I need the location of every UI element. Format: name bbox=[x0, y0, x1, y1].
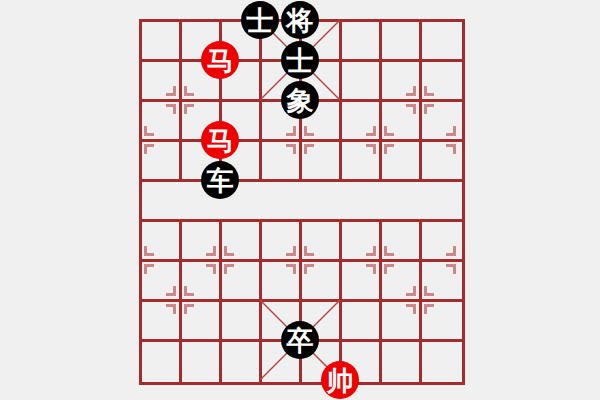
point-marker bbox=[286, 126, 314, 154]
piece-black-elephant[interactable]: 象 bbox=[281, 81, 319, 119]
point-marker-corner bbox=[446, 144, 456, 154]
point-marker-corner bbox=[166, 286, 176, 296]
piece-black-advisor[interactable]: 士 bbox=[241, 1, 279, 39]
piece-red-horse[interactable]: 马 bbox=[201, 41, 239, 79]
point-marker bbox=[406, 86, 434, 114]
board-cell bbox=[142, 342, 182, 382]
point-marker-corner bbox=[406, 86, 416, 96]
point-marker bbox=[366, 126, 394, 154]
point-marker-corner bbox=[206, 246, 216, 256]
board-cell bbox=[222, 342, 262, 382]
point-marker-corner bbox=[286, 126, 296, 136]
board-cell bbox=[142, 182, 182, 222]
board-cell bbox=[302, 182, 342, 222]
point-marker-corner bbox=[184, 286, 194, 296]
board-cell bbox=[382, 22, 422, 62]
point-marker-corner bbox=[424, 286, 434, 296]
point-marker-corner bbox=[166, 104, 176, 114]
point-marker bbox=[166, 286, 194, 314]
piece-black-soldier[interactable]: 卒 bbox=[281, 321, 319, 359]
point-marker-corner bbox=[384, 246, 394, 256]
point-marker-corner bbox=[366, 246, 376, 256]
board-cell bbox=[262, 182, 302, 222]
piece-red-general[interactable]: 帅 bbox=[321, 361, 359, 399]
piece-black-chariot[interactable]: 车 bbox=[201, 161, 239, 199]
point-marker-corner bbox=[144, 144, 154, 154]
piece-red-horse[interactable]: 马 bbox=[201, 121, 239, 159]
point-marker-corner bbox=[184, 104, 194, 114]
board-cell bbox=[422, 182, 462, 222]
point-marker-corner bbox=[166, 86, 176, 96]
point-marker-corner bbox=[424, 304, 434, 314]
point-marker bbox=[126, 126, 154, 154]
piece-black-advisor[interactable]: 士 bbox=[281, 41, 319, 79]
point-marker-corner bbox=[144, 126, 154, 136]
point-marker bbox=[286, 246, 314, 274]
point-marker-corner bbox=[286, 246, 296, 256]
point-marker-corner bbox=[304, 246, 314, 256]
board-cell bbox=[222, 302, 262, 342]
point-marker-corner bbox=[224, 264, 234, 274]
point-marker-corner bbox=[224, 246, 234, 256]
point-marker bbox=[366, 246, 394, 274]
point-marker-corner bbox=[406, 104, 416, 114]
point-marker-corner bbox=[304, 126, 314, 136]
point-marker bbox=[166, 86, 194, 114]
board-cell bbox=[142, 22, 182, 62]
point-marker-corner bbox=[304, 264, 314, 274]
point-marker bbox=[406, 286, 434, 314]
board-cell bbox=[422, 22, 462, 62]
board-cell bbox=[382, 182, 422, 222]
board-cell bbox=[342, 62, 382, 102]
point-marker-corner bbox=[366, 126, 376, 136]
point-marker-corner bbox=[144, 264, 154, 274]
point-marker-corner bbox=[366, 264, 376, 274]
board-cell bbox=[182, 342, 222, 382]
point-marker-corner bbox=[446, 264, 456, 274]
point-marker-corner bbox=[286, 144, 296, 154]
point-marker-corner bbox=[166, 304, 176, 314]
board-cell bbox=[422, 342, 462, 382]
point-marker-corner bbox=[384, 144, 394, 154]
point-marker bbox=[446, 126, 474, 154]
board-cell bbox=[342, 182, 382, 222]
piece-black-general[interactable]: 将 bbox=[281, 1, 319, 39]
board-cell bbox=[342, 302, 382, 342]
point-marker-corner bbox=[144, 246, 154, 256]
point-marker-corner bbox=[406, 286, 416, 296]
point-marker-corner bbox=[184, 86, 194, 96]
point-marker-corner bbox=[424, 86, 434, 96]
point-marker-corner bbox=[384, 264, 394, 274]
board-cell bbox=[382, 342, 422, 382]
board-cell bbox=[342, 22, 382, 62]
point-marker-corner bbox=[304, 144, 314, 154]
point-marker bbox=[126, 246, 154, 274]
point-marker bbox=[446, 246, 474, 274]
point-marker-corner bbox=[286, 264, 296, 274]
point-marker-corner bbox=[424, 104, 434, 114]
point-marker-corner bbox=[384, 126, 394, 136]
point-marker-corner bbox=[366, 144, 376, 154]
page-background: { "game": "xiangqi", "game_label": "Chin… bbox=[0, 0, 600, 400]
point-marker-corner bbox=[184, 304, 194, 314]
point-marker bbox=[206, 246, 234, 274]
point-marker-corner bbox=[446, 126, 456, 136]
point-marker-corner bbox=[406, 304, 416, 314]
point-marker-corner bbox=[446, 246, 456, 256]
xiangqi-diagram: 士将马士象马车卒帅 bbox=[0, 0, 600, 400]
point-marker-corner bbox=[206, 264, 216, 274]
